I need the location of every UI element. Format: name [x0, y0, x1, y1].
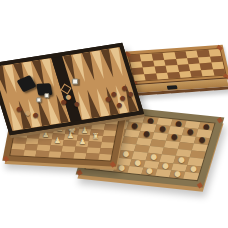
backgammon-checker: ● [33, 112, 39, 119]
draughts-man-light: ● [174, 170, 181, 178]
backgammon-checker: ● [25, 111, 31, 118]
backgammon-checker: ● [66, 93, 72, 100]
draughts-man-dark: ● [143, 131, 150, 139]
marquetry-inlay [217, 117, 223, 123]
backgammon-checker: ● [105, 96, 111, 103]
draughts-man-light: ● [151, 153, 158, 161]
box-clasp [166, 85, 177, 89]
chess-piece-light-rook: ♜ [92, 133, 99, 141]
draughts-man-light: ● [134, 159, 141, 167]
draughts-man-light: ● [146, 167, 153, 175]
draughts-man-dark: ● [159, 125, 166, 133]
backgammon-checker: ● [116, 102, 122, 109]
backgammon-checker: ● [111, 91, 117, 98]
draughts-man-dark: ● [131, 122, 138, 130]
chess-piece-light-pawn: ♟ [54, 137, 61, 145]
chess-piece-light-pawn: ♟ [79, 138, 86, 146]
draughts-man-dark: ● [203, 122, 210, 130]
draughts-man-dark: ● [187, 128, 194, 136]
marquetry-inlay [110, 161, 116, 167]
draughts-man-light: ● [178, 156, 185, 164]
die [36, 97, 41, 102]
board-square [183, 172, 199, 181]
draughts-man-light: ● [118, 164, 125, 172]
chess-piece-light-pawn: ♟ [81, 127, 88, 135]
backgammon-checker: ● [17, 106, 23, 113]
draughts-man-light: ● [190, 165, 197, 173]
doubling-cube [72, 78, 78, 84]
draughts-man-dark: ● [171, 133, 178, 141]
marquetry-inlay [197, 182, 203, 188]
draughts-man-light: ● [123, 150, 130, 158]
draughts-man-light: ● [162, 162, 169, 170]
marquetry-inlay [77, 169, 83, 175]
folded-chess-box [127, 45, 228, 97]
chess-piece-light-pawn: ♟ [42, 131, 49, 139]
folded-box-checker-pattern [129, 49, 226, 81]
backgammon-checker: ● [122, 85, 128, 92]
backgammon-checker: ● [73, 101, 79, 108]
chess-piece-light-pawn: ♟ [67, 132, 74, 140]
dice-cup [17, 74, 37, 91]
draughts-man-dark: ● [147, 116, 154, 124]
board-square [98, 154, 112, 161]
draughts-man-dark: ● [175, 119, 182, 127]
backgammon-checker: ● [127, 91, 133, 98]
product-photo: ●●●●●●●●●●●●●●●●●●●●●●●● ♞♝♟♛♝♞♟♚♟♟♟♜♟♟ … [0, 0, 228, 228]
draughts-man-dark: ● [199, 136, 206, 144]
marquetry-inlay [3, 155, 9, 161]
die [44, 93, 49, 98]
